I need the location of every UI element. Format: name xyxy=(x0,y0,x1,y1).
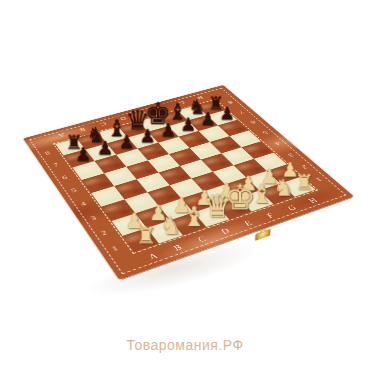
piece-black-pawn[interactable]: ♟ xyxy=(68,145,98,164)
piece-white-rook[interactable]: ♜ xyxy=(129,224,163,247)
watermark: Товаромания.РФ xyxy=(0,337,370,353)
product-photo: ♜♞♝♛♚♝♞♜♟♟♟♟♟♟♟♟♟♟♟♟♟♟♟♟♜♞♝♛♚♝♞♜ ABCDEFG… xyxy=(0,0,370,370)
